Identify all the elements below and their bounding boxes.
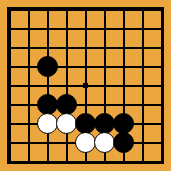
star-point [83, 83, 88, 88]
black-stone [37, 94, 58, 115]
white-stone [56, 113, 77, 134]
white-stone [75, 132, 96, 153]
black-stone [56, 94, 77, 115]
black-stone [113, 132, 134, 153]
white-stone [94, 132, 115, 153]
black-stone [94, 113, 115, 134]
black-stone [113, 113, 134, 134]
black-stone [75, 113, 96, 134]
white-stone [37, 113, 58, 134]
black-stone [37, 56, 58, 77]
go-board[interactable] [0, 0, 171, 171]
